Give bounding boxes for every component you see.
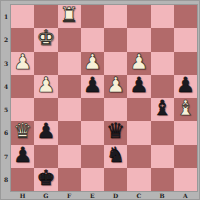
square-h5[interactable]	[11, 98, 34, 121]
rank-label-4: 4	[1, 75, 11, 98]
piece-white-bishop[interactable]: ♝	[176, 98, 195, 119]
file-label-c: C	[127, 191, 150, 200]
rank-label-1: 1	[1, 5, 11, 28]
square-g6[interactable]: ♟	[34, 121, 57, 144]
piece-black-pawn[interactable]: ♟	[129, 75, 148, 96]
square-g5[interactable]	[34, 98, 57, 121]
file-label-b: B	[151, 191, 174, 200]
square-a5[interactable]: ♝	[174, 98, 197, 121]
piece-white-pawn[interactable]: ♟	[36, 75, 55, 96]
piece-white-pawn[interactable]: ♟	[83, 52, 102, 73]
square-c7[interactable]	[127, 145, 150, 168]
square-c3[interactable]: ♟	[127, 52, 150, 75]
square-h7[interactable]: ♟	[11, 145, 34, 168]
file-label-f: F	[58, 191, 81, 200]
square-g8[interactable]: ♚	[34, 168, 57, 191]
file-label-h: H	[11, 191, 34, 200]
piece-black-pawn[interactable]: ♟	[83, 75, 102, 96]
square-h2[interactable]	[11, 28, 34, 51]
square-g3[interactable]	[34, 52, 57, 75]
square-c5[interactable]	[127, 98, 150, 121]
square-d8[interactable]	[104, 168, 127, 191]
rank-label-6: 6	[1, 121, 11, 144]
square-d2[interactable]	[104, 28, 127, 51]
piece-black-pawn[interactable]: ♟	[13, 145, 32, 166]
square-b8[interactable]	[151, 168, 174, 191]
square-a6[interactable]	[174, 121, 197, 144]
square-e4[interactable]: ♟	[81, 75, 104, 98]
square-a2[interactable]	[174, 28, 197, 51]
square-a3[interactable]	[174, 52, 197, 75]
square-c2[interactable]	[127, 28, 150, 51]
square-e7[interactable]	[81, 145, 104, 168]
square-g2[interactable]: ♚	[34, 28, 57, 51]
square-e6[interactable]	[81, 121, 104, 144]
square-h3[interactable]: ♟	[11, 52, 34, 75]
square-g4[interactable]: ♟	[34, 75, 57, 98]
square-c6[interactable]	[127, 121, 150, 144]
square-f7[interactable]	[58, 145, 81, 168]
rank-label-7: 7	[1, 145, 11, 168]
piece-white-pawn[interactable]: ♟	[129, 52, 148, 73]
square-f8[interactable]	[58, 168, 81, 191]
square-h8[interactable]	[11, 168, 34, 191]
piece-white-queen[interactable]: ♛	[13, 121, 32, 142]
piece-black-knight[interactable]: ♞	[106, 145, 125, 166]
square-f3[interactable]	[58, 52, 81, 75]
piece-black-queen[interactable]: ♛	[106, 121, 125, 142]
square-g1[interactable]	[34, 5, 57, 28]
chess-diagram: 12345678 ♜♚♟♟♟♟♟♟♟♟♝♝♛♟♛♟♞♚ HGFEDCBA	[0, 0, 200, 200]
square-d3[interactable]	[104, 52, 127, 75]
square-f6[interactable]	[58, 121, 81, 144]
piece-black-pawn[interactable]: ♟	[36, 121, 55, 142]
square-b3[interactable]	[151, 52, 174, 75]
square-f2[interactable]	[58, 28, 81, 51]
square-b4[interactable]	[151, 75, 174, 98]
piece-white-rook[interactable]: ♜	[60, 5, 79, 26]
rank-label-2: 2	[1, 28, 11, 51]
square-h4[interactable]	[11, 75, 34, 98]
square-f4[interactable]	[58, 75, 81, 98]
square-e5[interactable]	[81, 98, 104, 121]
square-h1[interactable]	[11, 5, 34, 28]
file-label-g: G	[34, 191, 57, 200]
square-b6[interactable]	[151, 121, 174, 144]
square-a7[interactable]	[174, 145, 197, 168]
square-a8[interactable]	[174, 168, 197, 191]
piece-white-pawn[interactable]: ♟	[106, 75, 125, 96]
piece-white-pawn[interactable]: ♟	[13, 52, 32, 73]
piece-black-king[interactable]: ♚	[36, 168, 55, 189]
piece-black-pawn[interactable]: ♟	[176, 75, 195, 96]
square-d6[interactable]: ♛	[104, 121, 127, 144]
square-c4[interactable]: ♟	[127, 75, 150, 98]
square-c1[interactable]	[127, 5, 150, 28]
piece-black-bishop[interactable]: ♝	[153, 98, 172, 119]
square-b7[interactable]	[151, 145, 174, 168]
piece-white-king[interactable]: ♚	[36, 28, 55, 49]
rank-labels: 12345678	[1, 5, 11, 191]
file-label-d: D	[104, 191, 127, 200]
square-e1[interactable]	[81, 5, 104, 28]
square-e3[interactable]: ♟	[81, 52, 104, 75]
square-d1[interactable]	[104, 5, 127, 28]
square-d4[interactable]: ♟	[104, 75, 127, 98]
square-d7[interactable]: ♞	[104, 145, 127, 168]
square-g7[interactable]	[34, 145, 57, 168]
chess-board: ♜♚♟♟♟♟♟♟♟♟♝♝♛♟♛♟♞♚	[11, 5, 197, 191]
square-a4[interactable]: ♟	[174, 75, 197, 98]
file-labels: HGFEDCBA	[11, 191, 197, 200]
square-b2[interactable]	[151, 28, 174, 51]
rank-label-5: 5	[1, 98, 11, 121]
file-label-e: E	[81, 191, 104, 200]
square-e2[interactable]	[81, 28, 104, 51]
square-a1[interactable]	[174, 5, 197, 28]
square-h6[interactable]: ♛	[11, 121, 34, 144]
square-f1[interactable]: ♜	[58, 5, 81, 28]
file-label-a: A	[174, 191, 197, 200]
square-d5[interactable]	[104, 98, 127, 121]
square-b5[interactable]: ♝	[151, 98, 174, 121]
rank-label-8: 8	[1, 168, 11, 191]
square-e8[interactable]	[81, 168, 104, 191]
square-b1[interactable]	[151, 5, 174, 28]
square-c8[interactable]	[127, 168, 150, 191]
square-f5[interactable]	[58, 98, 81, 121]
rank-label-3: 3	[1, 52, 11, 75]
